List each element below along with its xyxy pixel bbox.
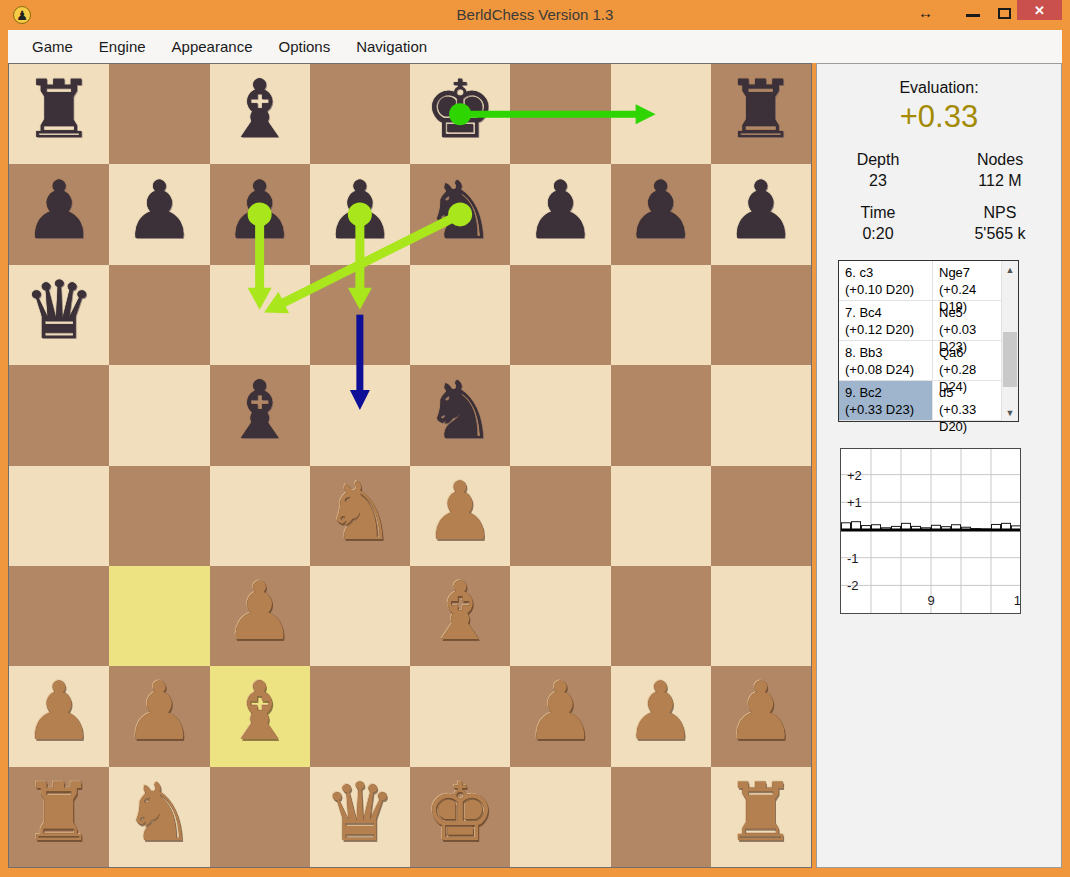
move-text: d5 [939,384,1001,401]
square-g2[interactable]: ♟ [611,666,711,766]
square-h2[interactable]: ♟ [711,666,811,766]
svg-text:-2: -2 [847,578,859,593]
stat-value: 112 M [939,172,1061,190]
stat-depth: Depth23 [817,151,939,190]
square-a2[interactable]: ♟ [9,666,109,766]
black-pawn: ♟ [625,171,697,251]
black-knight: ♞ [424,171,496,251]
move-cell-Ne5[interactable]: Ne5(+0.03 D23) [933,301,1001,341]
black-rook: ♜ [725,70,797,150]
engine-stats: Depth23Nodes112 MTime0:20NPS5'565 k [817,151,1061,243]
square-f8[interactable] [510,64,610,164]
move-cell-Nge7[interactable]: Nge7(+0.24 D19) [933,261,1001,301]
square-c6[interactable] [210,265,310,365]
white-pawn: ♟ [124,672,196,752]
svg-text:-1: -1 [847,551,859,566]
white-knight: ♞ [124,773,196,853]
move-eval: (+0.12 D20) [845,321,932,338]
move-list-grid: 6. c3(+0.10 D20)Nge7(+0.24 D19)7. Bc4(+0… [839,261,1001,421]
evaluation-graph-plot: +2+1-1-2918 [841,449,1020,613]
white-pawn: ♟ [224,572,296,652]
svg-text:9: 9 [927,593,934,608]
stat-value: 5'565 k [939,225,1061,243]
black-bishop: ♝ [224,371,296,451]
svg-text:+2: +2 [847,468,862,483]
svg-text:18: 18 [1014,593,1020,608]
maximize-button[interactable] [998,8,1011,19]
square-f6[interactable] [510,265,610,365]
move-text: Nge7 [939,264,1001,281]
black-queen: ♛ [23,271,95,351]
white-pawn: ♟ [23,672,95,752]
stat-label: Depth [817,151,939,169]
white-pawn: ♟ [625,672,697,752]
move-text: 8. Bb3 [845,344,932,361]
move-text: Ne5 [939,304,1001,321]
menu-options[interactable]: Options [265,32,343,61]
menu-engine[interactable]: Engine [86,32,159,61]
white-rook: ♜ [725,773,797,853]
move-text: 6. c3 [845,264,932,281]
square-h7[interactable]: ♟ [711,164,811,264]
svg-text:+1: +1 [847,495,862,510]
square-d2[interactable] [310,666,410,766]
square-e8[interactable]: ♚ [410,64,510,164]
square-a8[interactable]: ♜ [9,64,109,164]
square-g5[interactable] [611,365,711,465]
square-e4[interactable]: ♟ [410,466,510,566]
stat-label: Time [817,204,939,222]
square-a1[interactable]: ♜ [9,767,109,867]
app-window: ♟ BerldChess Version 1.3 ↔ ✕ GameEngineA… [0,0,1070,877]
square-h6[interactable] [711,265,811,365]
white-pawn: ♟ [424,472,496,552]
close-button[interactable]: ✕ [1017,0,1062,20]
window-title: BerldChess Version 1.3 [0,6,1070,23]
square-g7[interactable]: ♟ [611,164,711,264]
square-d6[interactable] [310,265,410,365]
square-d1[interactable]: ♛ [310,767,410,867]
white-bishop: ♝ [424,572,496,652]
square-c7[interactable]: ♟ [210,164,310,264]
stat-value: 23 [817,172,939,190]
white-knight: ♞ [324,472,396,552]
black-pawn: ♟ [725,171,797,251]
square-e3[interactable]: ♝ [410,566,510,666]
square-f2[interactable]: ♟ [510,666,610,766]
move-eval: (+0.10 D20) [845,281,932,298]
square-e7[interactable]: ♞ [410,164,510,264]
square-a7[interactable]: ♟ [9,164,109,264]
square-b2[interactable]: ♟ [109,666,209,766]
evaluation-value: +0.33 [817,99,1061,135]
title-bar: ♟ BerldChess Version 1.3 ↔ ✕ [0,0,1070,30]
square-f7[interactable]: ♟ [510,164,610,264]
move-cell-9Bc2[interactable]: 9. Bc2(+0.33 D23) [839,381,933,421]
square-f4[interactable] [510,466,610,566]
minimize-button[interactable] [966,14,980,17]
white-pawn: ♟ [525,672,597,752]
square-g1[interactable] [611,767,711,867]
square-f3[interactable] [510,566,610,666]
square-c4[interactable] [210,466,310,566]
move-list: 6. c3(+0.10 D20)Nge7(+0.24 D19)7. Bc4(+0… [838,260,1019,422]
stat-nodes: Nodes112 M [939,151,1061,190]
square-h5[interactable] [711,365,811,465]
move-eval: (+0.08 D24) [845,361,932,378]
white-rook: ♜ [23,773,95,853]
square-c3[interactable]: ♟ [210,566,310,666]
square-d4[interactable]: ♞ [310,466,410,566]
evaluation-graph: +2+1-1-2918 [840,448,1021,614]
square-h4[interactable] [711,466,811,566]
square-d8[interactable] [310,64,410,164]
square-b3[interactable] [109,566,209,666]
square-c1[interactable] [210,767,310,867]
square-f1[interactable] [510,767,610,867]
menu-appearance[interactable]: Appearance [159,32,266,61]
square-e1[interactable]: ♚ [410,767,510,867]
move-eval: (+0.33 D23) [845,401,932,418]
square-a3[interactable] [9,566,109,666]
close-icon: ✕ [1034,3,1045,18]
white-pawn: ♟ [725,672,797,752]
square-e5[interactable]: ♞ [410,365,510,465]
square-a4[interactable] [9,466,109,566]
move-list-scrollbar[interactable]: ▲ ▼ [1001,261,1018,421]
square-a6[interactable]: ♛ [9,265,109,365]
square-e6[interactable] [410,265,510,365]
stat-nps: NPS5'565 k [939,204,1061,243]
scroll-down-icon[interactable]: ▼ [1002,404,1018,421]
stat-label: Nodes [939,151,1061,169]
square-b8[interactable] [109,64,209,164]
square-e2[interactable] [410,666,510,766]
square-b4[interactable] [109,466,209,566]
black-knight: ♞ [424,371,496,451]
square-f5[interactable] [510,365,610,465]
move-cell-6c3[interactable]: 6. c3(+0.10 D20) [839,261,933,301]
board-grid: ♜♝♚♜♟♟♟♟♞♟♟♟♛♝♞♞♟♟♝♟♟♝♟♟♟♜♞♛♚♜ [9,64,811,867]
black-pawn: ♟ [23,171,95,251]
black-bishop: ♝ [224,70,296,150]
square-c8[interactable]: ♝ [210,64,310,164]
square-h8[interactable]: ♜ [711,64,811,164]
black-king: ♚ [424,70,496,150]
stat-value: 0:20 [817,225,939,243]
black-pawn: ♟ [224,171,296,251]
black-pawn: ♟ [324,171,396,251]
square-d5[interactable] [310,365,410,465]
scroll-up-icon[interactable]: ▲ [1002,261,1018,278]
white-bishop: ♝ [224,672,296,752]
move-cell-Qa6[interactable]: Qa6(+0.28 D24) [933,341,1001,381]
move-text: 7. Bc4 [845,304,932,321]
square-b5[interactable] [109,365,209,465]
square-g4[interactable] [611,466,711,566]
square-g6[interactable] [611,265,711,365]
square-c2[interactable]: ♝ [210,666,310,766]
square-h3[interactable] [711,566,811,666]
square-g3[interactable] [611,566,711,666]
black-rook: ♜ [23,70,95,150]
evaluation-label: Evaluation: [817,79,1061,97]
move-text: Qa6 [939,344,1001,361]
resize-arrows-icon[interactable]: ↔ [918,4,933,21]
black-pawn: ♟ [124,171,196,251]
square-b6[interactable] [109,265,209,365]
move-text: 9. Bc2 [845,384,932,401]
square-c5[interactable]: ♝ [210,365,310,465]
stat-time: Time0:20 [817,204,939,243]
move-cell-8Bb3[interactable]: 8. Bb3(+0.08 D24) [839,341,933,381]
square-b1[interactable]: ♞ [109,767,209,867]
square-d3[interactable] [310,566,410,666]
black-pawn: ♟ [525,171,597,251]
engine-panel: Evaluation: +0.33 Depth23Nodes112 MTime0… [816,63,1062,868]
square-b7[interactable]: ♟ [109,164,209,264]
menu-game[interactable]: Game [19,32,86,61]
menu-navigation[interactable]: Navigation [343,32,440,61]
menu-bar: GameEngineAppearanceOptionsNavigation [8,30,1062,63]
chess-board: ♜♝♚♜♟♟♟♟♞♟♟♟♛♝♞♞♟♟♝♟♟♝♟♟♟♜♞♛♚♜ [8,63,812,868]
square-h1[interactable]: ♜ [711,767,811,867]
square-a5[interactable] [9,365,109,465]
scrollbar-thumb[interactable] [1003,332,1017,387]
white-queen: ♛ [324,773,396,853]
move-cell-d5[interactable]: d5(+0.33 D20) [933,381,1001,421]
square-d7[interactable]: ♟ [310,164,410,264]
square-g8[interactable] [611,64,711,164]
move-cell-7Bc4[interactable]: 7. Bc4(+0.12 D20) [839,301,933,341]
stat-label: NPS [939,204,1061,222]
move-eval: (+0.33 D20) [939,401,1001,435]
white-king: ♚ [424,773,496,853]
